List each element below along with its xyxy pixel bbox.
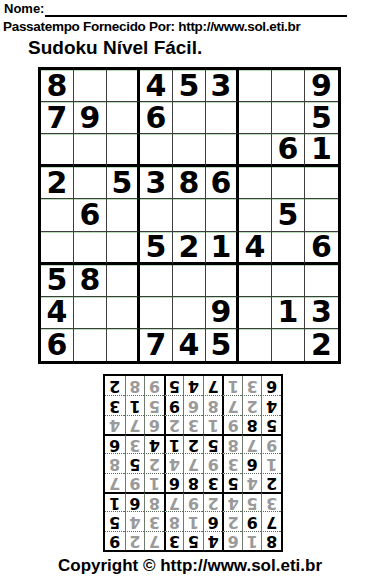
solution-cell-r5c4: 9: [203, 453, 223, 472]
solution-cell-r9c3: 1: [222, 376, 242, 395]
solution-cell-r8c9: 3: [105, 395, 125, 414]
sudoku-cell-r4c6[interactable]: 6: [206, 167, 239, 199]
solution-cell-r6c3: 8: [222, 434, 242, 453]
solution-cell-r4c3: 5: [222, 473, 242, 492]
sudoku-cell-r4c5[interactable]: 8: [173, 167, 206, 199]
sudoku-cell-r4c1[interactable]: 2: [41, 167, 74, 199]
solution-cell-r5c9: 8: [105, 453, 125, 472]
solution-cell-r3c1: 3: [261, 492, 281, 511]
sudoku-cell-r1c6[interactable]: 3: [206, 70, 239, 102]
solution-cell-r2c3: 2: [222, 511, 242, 530]
sudoku-cell-r4c9[interactable]: [305, 167, 338, 199]
sudoku-cell-r6c2[interactable]: [74, 232, 107, 265]
solution-cell-r7c2: 8: [242, 415, 262, 434]
solution-cell-r7c7: 6: [144, 415, 164, 434]
sudoku-cell-r2c7[interactable]: [239, 102, 272, 134]
solution-cell-r2c9: 5: [105, 511, 125, 530]
sudoku-cell-r2c1[interactable]: 7: [41, 102, 74, 134]
solution-cell-r4c6: 6: [164, 473, 184, 492]
solution-grid-rotated: 8164537297926183453542978612453861971639…: [103, 374, 283, 552]
sudoku-cell-r3c7[interactable]: [239, 134, 272, 167]
solution-cell-r9c8: 8: [125, 376, 145, 395]
solution-cell-r1c4: 4: [203, 531, 223, 550]
sudoku-cell-r7c8[interactable]: [272, 265, 305, 297]
solution-cell-r2c1: 7: [261, 511, 281, 530]
solution-cell-r3c3: 4: [222, 492, 242, 511]
page-title: Sudoku Nível Fácil.: [28, 37, 202, 59]
sudoku-cell-r8c9[interactable]: 3: [305, 297, 338, 329]
solution-cell-r3c9: 1: [105, 492, 125, 511]
solution-cell-r4c9: 7: [105, 473, 125, 492]
provider-line: Passatempo Fornecido Por: http://www.sol…: [3, 19, 300, 34]
solution-cell-r7c9: 4: [105, 415, 125, 434]
solution-cell-r7c8: 7: [125, 415, 145, 434]
solution-cell-r5c7: 2: [144, 453, 164, 472]
sudoku-cell-r2c2[interactable]: 9: [74, 102, 107, 134]
sudoku-cell-r7c3[interactable]: [107, 265, 140, 297]
solution-cell-r8c8: 1: [125, 395, 145, 414]
solution-cell-r2c6: 8: [164, 511, 184, 530]
sudoku-cell-r6c3[interactable]: [107, 232, 140, 265]
sudoku-cell-r7c7[interactable]: [239, 265, 272, 297]
solution-cell-r7c5: 3: [183, 415, 203, 434]
sudoku-cell-r1c7[interactable]: [239, 70, 272, 102]
sudoku-cell-r9c8[interactable]: [272, 329, 305, 361]
solution-cell-r4c1: 2: [261, 473, 281, 492]
name-blank-line: [45, 15, 347, 17]
solution-cell-r7c3: 9: [222, 415, 242, 434]
sudoku-cell-r3c1[interactable]: [41, 134, 74, 167]
solution-cell-r3c2: 5: [242, 492, 262, 511]
sudoku-cell-r1c4[interactable]: 4: [140, 70, 173, 102]
sudoku-grid: 8453979656125386655214658491367452: [38, 67, 341, 364]
sudoku-cell-r5c1[interactable]: [41, 199, 74, 231]
solution-cell-r1c1: 8: [261, 531, 281, 550]
sudoku-cell-r2c8[interactable]: [272, 102, 305, 134]
sudoku-cell-r9c3[interactable]: [107, 329, 140, 361]
sudoku-cell-r9c5[interactable]: 4: [173, 329, 206, 361]
sudoku-cell-r9c9[interactable]: 2: [305, 329, 338, 361]
solution-cell-r3c7: 8: [144, 492, 164, 511]
sudoku-cell-r8c6[interactable]: 9: [206, 297, 239, 329]
sudoku-cell-r5c5[interactable]: [173, 199, 206, 231]
sudoku-cell-r8c2[interactable]: [74, 297, 107, 329]
solution-cell-r6c4: 5: [203, 434, 223, 453]
sudoku-cell-r2c9[interactable]: 5: [305, 102, 338, 134]
sudoku-cell-r3c5[interactable]: [173, 134, 206, 167]
sudoku-cell-r6c8[interactable]: [272, 232, 305, 265]
sudoku-cell-r3c2[interactable]: [74, 134, 107, 167]
solution-cell-r3c6: 7: [164, 492, 184, 511]
sudoku-cell-r6c7[interactable]: 4: [239, 232, 272, 265]
sudoku-cell-r1c1[interactable]: 8: [41, 70, 74, 102]
solution-cell-r5c2: 6: [242, 453, 262, 472]
sudoku-cell-r8c7[interactable]: [239, 297, 272, 329]
sudoku-cell-r3c9[interactable]: 1: [305, 134, 338, 167]
sudoku-cell-r7c6[interactable]: [206, 265, 239, 297]
solution-cell-r9c5: 4: [183, 376, 203, 395]
sudoku-cell-r7c9[interactable]: [305, 265, 338, 297]
solution-cell-r3c5: 9: [183, 492, 203, 511]
solution-cell-r1c7: 7: [144, 531, 164, 550]
solution-cell-r8c4: 8: [203, 395, 223, 414]
sudoku-cell-r1c9[interactable]: 9: [305, 70, 338, 102]
solution-cell-r8c3: 7: [222, 395, 242, 414]
solution-cell-r6c7: 4: [144, 434, 164, 453]
solution-cell-r9c1: 6: [261, 376, 281, 395]
sudoku-cell-r6c4[interactable]: 5: [140, 232, 173, 265]
sudoku-cell-r9c4[interactable]: 7: [140, 329, 173, 361]
sudoku-cell-r9c7[interactable]: [239, 329, 272, 361]
solution-cell-r6c1: 9: [261, 434, 281, 453]
solution-cell-r1c3: 6: [222, 531, 242, 550]
solution-cell-r8c6: 9: [164, 395, 184, 414]
sudoku-cell-r1c8[interactable]: [272, 70, 305, 102]
sudoku-cell-r2c6[interactable]: [206, 102, 239, 134]
solution-cell-r2c4: 6: [203, 511, 223, 530]
solution-cell-r1c5: 5: [183, 531, 203, 550]
sudoku-cell-r2c3[interactable]: [107, 102, 140, 134]
solution-cell-r8c2: 2: [242, 395, 262, 414]
solution-cell-r3c8: 6: [125, 492, 145, 511]
solution-cell-r7c1: 5: [261, 415, 281, 434]
solution-cell-r5c3: 3: [222, 453, 242, 472]
solution-cell-r1c6: 3: [164, 531, 184, 550]
sudoku-cell-r1c5[interactable]: 5: [173, 70, 206, 102]
sudoku-cell-r3c8[interactable]: 6: [272, 134, 305, 167]
solution-cell-r8c7: 5: [144, 395, 164, 414]
sudoku-cell-r8c3[interactable]: [107, 297, 140, 329]
sudoku-cell-r3c3[interactable]: [107, 134, 140, 167]
sudoku-cell-r6c1[interactable]: [41, 232, 74, 265]
solution-cell-r3c4: 2: [203, 492, 223, 511]
solution-cell-r1c2: 1: [242, 531, 262, 550]
sudoku-cell-r6c9[interactable]: 6: [305, 232, 338, 265]
sudoku-cell-r8c5[interactable]: [173, 297, 206, 329]
sudoku-cell-r7c1[interactable]: 5: [41, 265, 74, 297]
sudoku-cell-r9c1[interactable]: 6: [41, 329, 74, 361]
name-row: Nome:: [4, 1, 347, 17]
solution-cell-r9c2: 3: [242, 376, 262, 395]
copyright-line: Copyright © http://www.sol.eti.br: [0, 556, 380, 576]
solution-cell-r1c8: 2: [125, 531, 145, 550]
sudoku-cell-r2c5[interactable]: [173, 102, 206, 134]
sudoku-cell-r9c6[interactable]: 5: [206, 329, 239, 361]
sudoku-cell-r8c8[interactable]: 1: [272, 297, 305, 329]
sudoku-cell-r7c4[interactable]: [140, 265, 173, 297]
sudoku-cell-r1c2[interactable]: [74, 70, 107, 102]
sudoku-cell-r3c6[interactable]: [206, 134, 239, 167]
sudoku-cell-r5c7[interactable]: [239, 199, 272, 231]
sudoku-cell-r5c2[interactable]: 6: [74, 199, 107, 231]
solution-cell-r5c6: 4: [164, 453, 184, 472]
sudoku-cell-r8c4[interactable]: [140, 297, 173, 329]
solution-cell-r4c7: 1: [144, 473, 164, 492]
sudoku-cell-r5c8[interactable]: 5: [272, 199, 305, 231]
solution-cell-r2c7: 3: [144, 511, 164, 530]
solution-cell-r5c5: 7: [183, 453, 203, 472]
solution-cell-r1c9: 9: [105, 531, 125, 550]
solution-cell-r7c6: 2: [164, 415, 184, 434]
sudoku-cell-r5c4[interactable]: [140, 199, 173, 231]
sudoku-cell-r5c6[interactable]: [206, 199, 239, 231]
solution-cell-r6c9: 6: [105, 434, 125, 453]
solution-cell-r2c2: 9: [242, 511, 262, 530]
sudoku-cell-r2c4[interactable]: 6: [140, 102, 173, 134]
solution-cell-r5c8: 5: [125, 453, 145, 472]
solution-cell-r5c1: 1: [261, 453, 281, 472]
solution-cell-r8c5: 6: [183, 395, 203, 414]
name-label: Nome:: [4, 1, 44, 17]
solution-cell-r2c5: 1: [183, 511, 203, 530]
sudoku-cell-r6c5[interactable]: 2: [173, 232, 206, 265]
sudoku-cell-r8c1[interactable]: 4: [41, 297, 74, 329]
solution-cell-r2c8: 4: [125, 511, 145, 530]
worksheet-page: Nome: Passatempo Fornecido Por: http://w…: [0, 0, 380, 585]
solution-cell-r4c4: 3: [203, 473, 223, 492]
solution-cell-r6c8: 3: [125, 434, 145, 453]
solution-cell-r6c2: 7: [242, 434, 262, 453]
solution-cell-r6c5: 2: [183, 434, 203, 453]
sudoku-cell-r4c7[interactable]: [239, 167, 272, 199]
solution-cell-r6c6: 1: [164, 434, 184, 453]
solution-cell-r9c4: 7: [203, 376, 223, 395]
sudoku-cell-r6c6[interactable]: 1: [206, 232, 239, 265]
solution-cell-r9c7: 9: [144, 376, 164, 395]
solution-cell-r4c8: 9: [125, 473, 145, 492]
sudoku-cell-r4c3[interactable]: 5: [107, 167, 140, 199]
sudoku-cell-r5c9[interactable]: [305, 199, 338, 231]
sudoku-cell-r9c2[interactable]: [74, 329, 107, 361]
solution-cell-r7c4: 1: [203, 415, 223, 434]
solution-cell-r8c1: 4: [261, 395, 281, 414]
sudoku-cell-r7c2[interactable]: 8: [74, 265, 107, 297]
sudoku-cell-r4c4[interactable]: 3: [140, 167, 173, 199]
solution-cell-r9c9: 2: [105, 376, 125, 395]
sudoku-cell-r1c3[interactable]: [107, 70, 140, 102]
solution-cell-r9c6: 5: [164, 376, 184, 395]
sudoku-cell-r4c8[interactable]: [272, 167, 305, 199]
sudoku-cell-r4c2[interactable]: [74, 167, 107, 199]
solution-cell-r4c5: 8: [183, 473, 203, 492]
sudoku-cell-r3c4[interactable]: [140, 134, 173, 167]
sudoku-cell-r5c3[interactable]: [107, 199, 140, 231]
solution-cell-r4c2: 4: [242, 473, 262, 492]
sudoku-cell-r7c5[interactable]: [173, 265, 206, 297]
